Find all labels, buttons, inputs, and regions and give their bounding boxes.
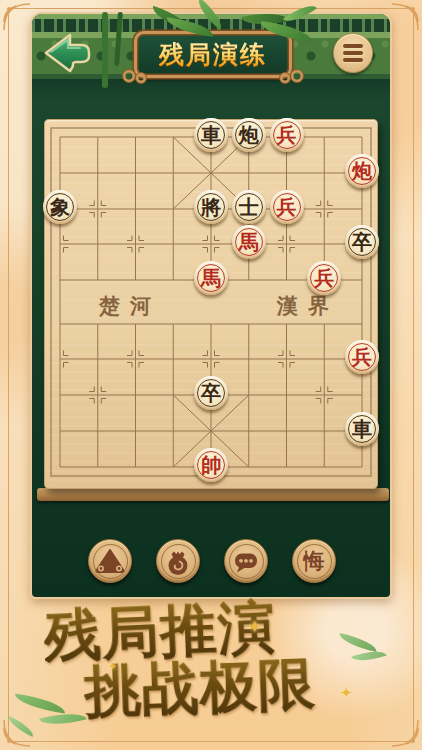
piece-red-soldier-4[interactable]: 兵 — [345, 340, 379, 374]
sparkle-icon: ✦ — [340, 684, 353, 702]
corner-ornament-top-left — [2, 2, 32, 32]
pieces-layer: 車炮兵炮象將士兵馬卒馬兵兵卒車帥 — [44, 119, 378, 489]
menu-button[interactable] — [333, 33, 373, 73]
piece-black-soldier-2[interactable]: 卒 — [194, 376, 228, 410]
coins-button[interactable] — [156, 539, 200, 583]
piece-black-general[interactable]: 將 — [194, 190, 228, 224]
piece-glyph: 炮 — [239, 125, 259, 145]
piece-red-general[interactable]: 帥 — [194, 448, 228, 482]
title-plaque: 残局演练 — [134, 31, 292, 78]
piece-glyph: 帥 — [201, 455, 221, 475]
cloud-scroll-ornament-right — [275, 68, 305, 84]
page-title: 残局演练 — [159, 38, 267, 71]
back-button[interactable] — [42, 32, 94, 76]
board-stand — [37, 488, 389, 501]
piece-glyph: 象 — [50, 197, 70, 217]
sparkle-icon: ✦ — [108, 660, 117, 673]
sparkle-icon: ✦ — [247, 616, 262, 637]
piece-glyph: 卒 — [201, 383, 221, 403]
home-button[interactable] — [88, 539, 132, 583]
piece-red-horse-2[interactable]: 馬 — [194, 261, 228, 295]
piece-glyph: 士 — [239, 197, 259, 217]
piece-glyph: 車 — [201, 125, 221, 145]
piece-glyph: 兵 — [277, 197, 297, 217]
game-panel: 残局演练 楚河 漢界 車炮兵炮象將士兵馬卒馬兵兵卒車帥 — [30, 12, 392, 599]
piece-red-soldier-3[interactable]: 兵 — [307, 261, 341, 295]
corner-ornament-top-right — [390, 2, 420, 32]
piece-red-soldier-1[interactable]: 兵 — [270, 118, 304, 152]
piece-glyph: 卒 — [352, 232, 372, 252]
piece-glyph: 炮 — [352, 161, 372, 181]
chat-button[interactable] — [224, 539, 268, 583]
tagline-line-2: 挑战极限 — [83, 646, 318, 731]
cloud-scroll-ornament-left — [121, 68, 151, 84]
piece-glyph: 兵 — [352, 347, 372, 367]
bamboo-leaf — [13, 693, 66, 713]
piece-glyph: 馬 — [239, 232, 259, 252]
piece-red-cannon[interactable]: 炮 — [345, 154, 379, 188]
screen: 残局演练 楚河 漢界 車炮兵炮象將士兵馬卒馬兵兵卒車帥 — [0, 0, 422, 750]
piece-glyph: 將 — [201, 197, 221, 217]
piece-black-chariot-1[interactable]: 車 — [194, 118, 228, 152]
piece-black-elephant[interactable]: 象 — [43, 190, 77, 224]
piece-red-soldier-2[interactable]: 兵 — [270, 190, 304, 224]
bamboo-leaf — [337, 633, 378, 652]
piece-glyph: 馬 — [201, 268, 221, 288]
piece-glyph: 兵 — [314, 268, 334, 288]
hamburger-icon — [343, 44, 363, 48]
piece-black-cannon[interactable]: 炮 — [232, 118, 266, 152]
corner-ornament-bottom-right — [390, 718, 420, 748]
piece-glyph: 車 — [352, 419, 372, 439]
piece-black-advisor[interactable]: 士 — [232, 190, 266, 224]
undo-button[interactable]: 悔 — [292, 539, 336, 583]
piece-black-chariot-2[interactable]: 車 — [345, 412, 379, 446]
piece-red-horse-1[interactable]: 馬 — [232, 225, 266, 259]
piece-black-soldier-1[interactable]: 卒 — [345, 225, 379, 259]
bamboo-stalk — [102, 12, 108, 88]
piece-glyph: 兵 — [277, 125, 297, 145]
header-fade — [32, 79, 390, 101]
toolbar: 悔 — [32, 539, 390, 581]
xiangqi-board[interactable]: 楚河 漢界 車炮兵炮象將士兵馬卒馬兵兵卒車帥 — [44, 119, 378, 489]
